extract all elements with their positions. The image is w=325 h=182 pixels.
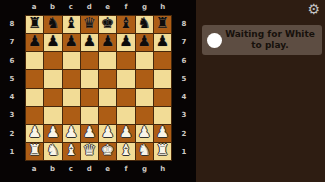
coordinate-label: f: [117, 165, 135, 173]
square-h3[interactable]: [154, 107, 171, 124]
square-d2[interactable]: ♟: [81, 125, 98, 142]
square-c8[interactable]: ♝: [63, 16, 80, 33]
square-f6[interactable]: [117, 52, 134, 69]
white-rook: ♜: [156, 143, 169, 158]
square-b3[interactable]: [44, 107, 61, 124]
turn-indicator-white-circle: [207, 33, 222, 48]
white-knight: ♞: [46, 143, 59, 158]
black-pawn: ♟: [137, 34, 150, 49]
square-b7[interactable]: ♟: [44, 34, 61, 51]
square-h4[interactable]: [154, 89, 171, 106]
square-c2[interactable]: ♟: [63, 125, 80, 142]
square-f8[interactable]: ♝: [117, 16, 134, 33]
square-e4[interactable]: [99, 89, 116, 106]
coordinate-label: 3: [0, 106, 24, 124]
coordinate-label: 8: [0, 15, 24, 33]
square-d4[interactable]: [81, 89, 98, 106]
square-h6[interactable]: [154, 52, 171, 69]
square-a4[interactable]: [26, 89, 43, 106]
square-e2[interactable]: ♟: [99, 125, 116, 142]
coordinate-label: 4: [0, 88, 24, 106]
square-g6[interactable]: [136, 52, 153, 69]
square-a3[interactable]: [26, 107, 43, 124]
black-pawn: ♟: [28, 34, 41, 49]
square-e8[interactable]: ♚: [99, 16, 116, 33]
coordinate-label: h: [154, 3, 172, 11]
white-pawn: ♟: [83, 125, 96, 140]
square-a8[interactable]: ♜: [26, 16, 43, 33]
square-b6[interactable]: [44, 52, 61, 69]
square-h5[interactable]: [154, 70, 171, 87]
square-c4[interactable]: [63, 89, 80, 106]
square-f4[interactable]: [117, 89, 134, 106]
square-c1[interactable]: ♝: [63, 143, 80, 160]
white-pawn: ♟: [156, 125, 169, 140]
square-g7[interactable]: ♟: [136, 34, 153, 51]
coordinate-label: 5: [0, 70, 24, 88]
black-pawn: ♟: [156, 34, 169, 49]
white-rook: ♜: [28, 143, 41, 158]
square-c3[interactable]: [63, 107, 80, 124]
square-a5[interactable]: [26, 70, 43, 87]
square-b1[interactable]: ♞: [44, 143, 61, 160]
coordinate-label: 3: [172, 106, 196, 124]
white-pawn: ♟: [28, 125, 41, 140]
square-a6[interactable]: [26, 52, 43, 69]
coordinate-label: b: [43, 3, 61, 11]
file-labels-bottom: abcdefgh: [25, 162, 172, 176]
status-panel: ⚙ Waiting for White to play.: [196, 0, 325, 182]
square-h7[interactable]: ♟: [154, 34, 171, 51]
black-rook: ♜: [28, 16, 41, 31]
rank-labels-right: 87654321: [172, 15, 196, 161]
coordinate-label: d: [80, 3, 98, 11]
status-banner: Waiting for White to play.: [202, 25, 322, 55]
square-e5[interactable]: [99, 70, 116, 87]
coordinate-label: 5: [172, 70, 196, 88]
coordinate-label: f: [117, 3, 135, 11]
coordinate-label: 7: [172, 33, 196, 51]
black-pawn: ♟: [64, 34, 77, 49]
black-bishop: ♝: [119, 16, 132, 31]
coordinate-label: 4: [172, 88, 196, 106]
square-a1[interactable]: ♜: [26, 143, 43, 160]
square-b8[interactable]: ♞: [44, 16, 61, 33]
white-bishop: ♝: [119, 143, 132, 158]
square-f1[interactable]: ♝: [117, 143, 134, 160]
coordinate-label: h: [154, 165, 172, 173]
coordinate-label: g: [135, 165, 153, 173]
black-pawn: ♟: [83, 34, 96, 49]
coordinate-label: 6: [172, 52, 196, 70]
white-pawn: ♟: [46, 125, 59, 140]
square-d1[interactable]: ♛: [81, 143, 98, 160]
black-pawn: ♟: [46, 34, 59, 49]
coordinate-label: e: [99, 3, 117, 11]
white-king: ♚: [101, 143, 114, 158]
square-d3[interactable]: [81, 107, 98, 124]
file-labels-top: abcdefgh: [25, 0, 172, 14]
chess-board[interactable]: ♜♞♝♛♚♝♞♜♟♟♟♟♟♟♟♟♟♟♟♟♟♟♟♟♜♞♝♛♚♝♞♜: [25, 15, 172, 161]
black-knight: ♞: [137, 16, 150, 31]
black-king: ♚: [101, 16, 114, 31]
square-f2[interactable]: ♟: [117, 125, 134, 142]
square-d6[interactable]: [81, 52, 98, 69]
square-d7[interactable]: ♟: [81, 34, 98, 51]
square-h1[interactable]: ♜: [154, 143, 171, 160]
square-c6[interactable]: [63, 52, 80, 69]
status-text: Waiting for White to play.: [222, 29, 322, 51]
square-e1[interactable]: ♚: [99, 143, 116, 160]
coordinate-label: d: [80, 165, 98, 173]
square-c5[interactable]: [63, 70, 80, 87]
coordinate-label: 1: [0, 143, 24, 161]
coordinate-label: c: [62, 165, 80, 173]
coordinate-label: a: [25, 165, 43, 173]
coordinate-label: 6: [0, 52, 24, 70]
white-bishop: ♝: [64, 143, 77, 158]
square-g4[interactable]: [136, 89, 153, 106]
square-e3[interactable]: [99, 107, 116, 124]
square-g2[interactable]: ♟: [136, 125, 153, 142]
square-h2[interactable]: ♟: [154, 125, 171, 142]
square-h8[interactable]: ♜: [154, 16, 171, 33]
coordinate-label: b: [43, 165, 61, 173]
square-g5[interactable]: [136, 70, 153, 87]
black-rook: ♜: [156, 16, 169, 31]
white-knight: ♞: [137, 143, 150, 158]
black-pawn: ♟: [101, 34, 114, 49]
square-g1[interactable]: ♞: [136, 143, 153, 160]
coordinate-label: 7: [0, 33, 24, 51]
coordinate-label: 8: [172, 15, 196, 33]
white-pawn: ♟: [64, 125, 77, 140]
white-pawn: ♟: [137, 125, 150, 140]
coordinate-label: 1: [172, 143, 196, 161]
white-pawn: ♟: [101, 125, 114, 140]
square-d5[interactable]: [81, 70, 98, 87]
square-f3[interactable]: [117, 107, 134, 124]
square-b4[interactable]: [44, 89, 61, 106]
coordinate-label: 2: [172, 125, 196, 143]
white-queen: ♛: [83, 143, 96, 158]
square-b5[interactable]: [44, 70, 61, 87]
board-section: abcdefgh 87654321 ♜♞♝♛♚♝♞♜♟♟♟♟♟♟♟♟♟♟♟♟♟♟…: [0, 0, 196, 182]
coordinate-label: a: [25, 3, 43, 11]
square-e6[interactable]: [99, 52, 116, 69]
coordinate-label: c: [62, 3, 80, 11]
square-e7[interactable]: ♟: [99, 34, 116, 51]
settings-gear-icon[interactable]: ⚙: [307, 0, 320, 18]
square-f7[interactable]: ♟: [117, 34, 134, 51]
coordinate-label: 2: [0, 125, 24, 143]
square-a7[interactable]: ♟: [26, 34, 43, 51]
square-g8[interactable]: ♞: [136, 16, 153, 33]
square-g3[interactable]: [136, 107, 153, 124]
square-f5[interactable]: [117, 70, 134, 87]
square-a2[interactable]: ♟: [26, 125, 43, 142]
black-bishop: ♝: [64, 16, 77, 31]
black-pawn: ♟: [119, 34, 132, 49]
black-queen: ♛: [83, 16, 96, 31]
square-c7[interactable]: ♟: [63, 34, 80, 51]
square-b2[interactable]: ♟: [44, 125, 61, 142]
white-pawn: ♟: [119, 125, 132, 140]
coordinate-label: g: [135, 3, 153, 11]
square-d8[interactable]: ♛: [81, 16, 98, 33]
rank-labels-left: 87654321: [0, 15, 24, 161]
coordinate-label: e: [99, 165, 117, 173]
chess-app: abcdefgh 87654321 ♜♞♝♛♚♝♞♜♟♟♟♟♟♟♟♟♟♟♟♟♟♟…: [0, 0, 325, 182]
black-knight: ♞: [46, 16, 59, 31]
